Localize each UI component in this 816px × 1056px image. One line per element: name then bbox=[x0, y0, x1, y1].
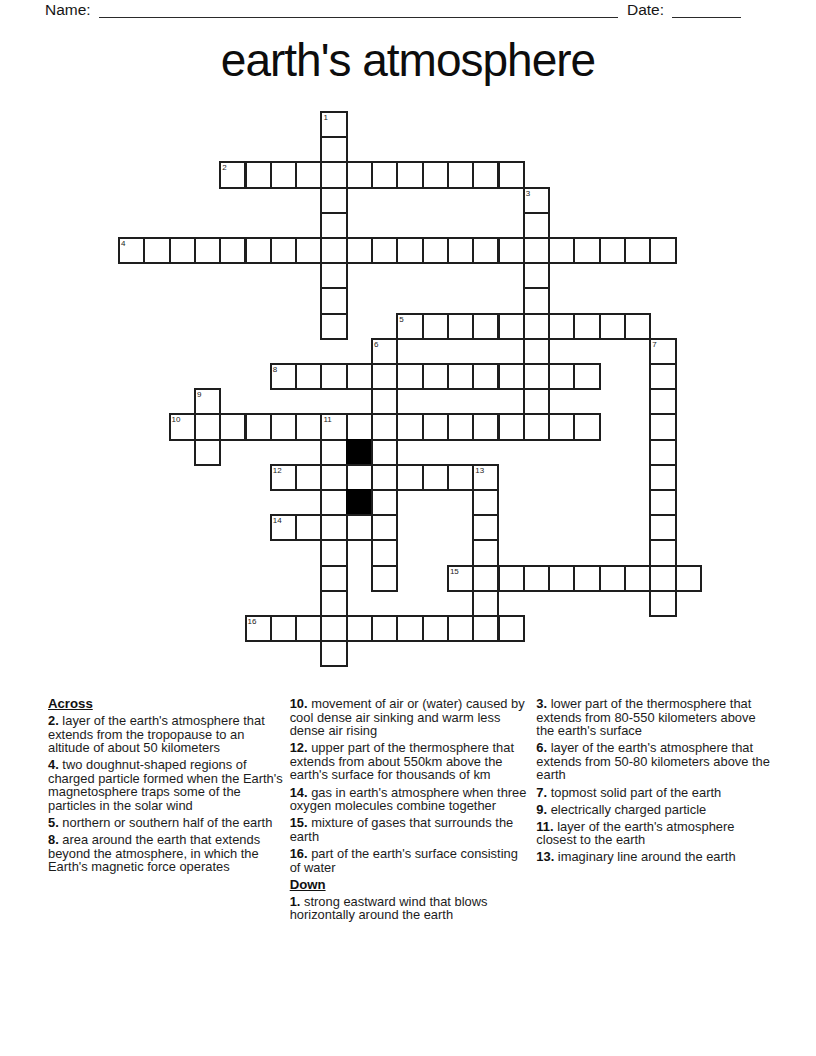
crossword-cell[interactable] bbox=[548, 237, 575, 264]
clue-number-label: 7. bbox=[536, 785, 547, 800]
crossword-cell[interactable] bbox=[371, 464, 398, 491]
crossword-cell[interactable] bbox=[346, 161, 373, 188]
crossword-cell[interactable] bbox=[295, 514, 322, 541]
crossword-cell[interactable] bbox=[422, 313, 449, 340]
crossword-cell[interactable] bbox=[320, 161, 347, 188]
down-clue-6: 6. layer of the earth's atmosphere that … bbox=[536, 741, 774, 782]
crossword-cell[interactable] bbox=[371, 161, 398, 188]
crossword-cell[interactable] bbox=[649, 363, 676, 390]
clue-number: 14 bbox=[273, 516, 282, 525]
crossword-cell[interactable] bbox=[194, 413, 221, 440]
crossword-cell[interactable] bbox=[320, 237, 347, 264]
down-clue-3: 3. lower part of the thermosphere that e… bbox=[536, 697, 774, 738]
crossword-cell[interactable] bbox=[548, 565, 575, 592]
crossword-cell[interactable] bbox=[548, 313, 575, 340]
crossword-cell[interactable] bbox=[523, 237, 550, 264]
clue-number: 3 bbox=[526, 189, 530, 198]
clue-column-1: Across2. layer of the earth's atmosphere… bbox=[48, 697, 286, 925]
crossword-cell[interactable]: 16 bbox=[245, 615, 272, 642]
crossword-cell[interactable]: 12 bbox=[270, 464, 297, 491]
crossword-cell[interactable] bbox=[245, 237, 272, 264]
crossword-cell[interactable] bbox=[447, 413, 474, 440]
crossword-cell[interactable] bbox=[320, 187, 347, 214]
crossword-cell[interactable] bbox=[422, 464, 449, 491]
down-clue-13: 13. imaginary line around the earth bbox=[536, 850, 774, 864]
crossword-cell[interactable] bbox=[371, 413, 398, 440]
crossword-cell[interactable] bbox=[295, 464, 322, 491]
clue-text: layer of the earth's atmosphere that ext… bbox=[48, 713, 265, 755]
black-cell bbox=[346, 489, 373, 516]
clue-number: 16 bbox=[248, 617, 257, 626]
crossword-cell[interactable] bbox=[599, 565, 626, 592]
crossword-cell[interactable]: 14 bbox=[270, 514, 297, 541]
clue-text: two doughnut-shaped regions of charged p… bbox=[48, 757, 283, 813]
crossword-cell[interactable] bbox=[371, 363, 398, 390]
crossword-cell[interactable] bbox=[523, 338, 550, 365]
clue-number: 11 bbox=[323, 415, 331, 424]
clue-number: 15 bbox=[450, 567, 459, 576]
across-clue-12: 12. upper part of the thermosphere that … bbox=[290, 741, 528, 782]
crossword-cell[interactable] bbox=[649, 413, 676, 440]
crossword-cell[interactable] bbox=[143, 237, 170, 264]
crossword-cell[interactable] bbox=[573, 413, 600, 440]
crossword-cell[interactable] bbox=[523, 287, 550, 314]
clue-text: topmost solid part of the earth bbox=[547, 785, 721, 800]
crossword-cell[interactable]: 11 bbox=[320, 413, 347, 440]
clue-number-label: 5. bbox=[48, 815, 59, 830]
crossword-cell[interactable] bbox=[447, 237, 474, 264]
crossword-cell[interactable] bbox=[270, 413, 297, 440]
crossword-cell[interactable] bbox=[295, 161, 322, 188]
crossword-cell[interactable]: 2 bbox=[219, 161, 246, 188]
crossword-cell[interactable] bbox=[649, 565, 676, 592]
crossword-cell[interactable] bbox=[599, 237, 626, 264]
crossword-cell[interactable] bbox=[320, 640, 347, 667]
crossword-cell[interactable]: 7 bbox=[649, 338, 676, 365]
clue-number-label: 9. bbox=[536, 802, 547, 817]
clue-text: strong eastward wind that blows horizont… bbox=[290, 894, 488, 923]
crossword-cell[interactable] bbox=[472, 413, 499, 440]
crossword-cell[interactable] bbox=[422, 615, 449, 642]
crossword-cell[interactable] bbox=[624, 313, 651, 340]
clue-text: gas in earth's atmosphere when three oxy… bbox=[290, 785, 527, 814]
crossword-cell[interactable] bbox=[194, 439, 221, 466]
crossword-cell[interactable] bbox=[649, 464, 676, 491]
crossword-cell[interactable] bbox=[472, 539, 499, 566]
crossword-cell[interactable] bbox=[396, 464, 423, 491]
crossword-cell[interactable]: 1 bbox=[320, 111, 347, 138]
clue-number: 7 bbox=[652, 340, 656, 349]
crossword-cell[interactable] bbox=[472, 237, 499, 264]
crossword-cell[interactable] bbox=[498, 237, 525, 264]
clue-number: 10 bbox=[172, 415, 181, 424]
crossword-cell[interactable] bbox=[346, 464, 373, 491]
crossword-cell[interactable] bbox=[573, 363, 600, 390]
crossword-cell[interactable] bbox=[346, 514, 373, 541]
crossword-cell[interactable] bbox=[447, 363, 474, 390]
crossword-cell[interactable] bbox=[624, 237, 651, 264]
clue-number: 1 bbox=[323, 113, 327, 122]
crossword-cell[interactable] bbox=[498, 565, 525, 592]
clue-text: electrically charged particle bbox=[547, 802, 706, 817]
crossword-cell[interactable] bbox=[396, 237, 423, 264]
crossword-cell[interactable] bbox=[346, 237, 373, 264]
crossword-worksheet: { "game": "crossword", "header": { "name… bbox=[0, 0, 816, 1056]
across-clue-8: 8. area around the earth that extends be… bbox=[48, 833, 286, 874]
crossword-cell[interactable] bbox=[371, 565, 398, 592]
crossword-cell[interactable] bbox=[194, 237, 221, 264]
crossword-cell[interactable] bbox=[498, 363, 525, 390]
crossword-cell[interactable] bbox=[371, 539, 398, 566]
crossword-cell[interactable] bbox=[169, 237, 196, 264]
crossword-cell[interactable] bbox=[649, 590, 676, 617]
crossword-cell[interactable] bbox=[472, 313, 499, 340]
crossword-cell[interactable] bbox=[245, 161, 272, 188]
crossword-cell[interactable] bbox=[396, 413, 423, 440]
crossword-cell[interactable] bbox=[599, 313, 626, 340]
crossword-cell[interactable] bbox=[472, 590, 499, 617]
name-label: Name: bbox=[45, 1, 91, 19]
crossword-cell[interactable] bbox=[649, 388, 676, 415]
crossword-cell[interactable] bbox=[295, 363, 322, 390]
puzzle-title: earth's atmosphere bbox=[0, 33, 816, 87]
crossword-cell[interactable] bbox=[320, 514, 347, 541]
crossword-cell[interactable]: 5 bbox=[396, 313, 423, 340]
across-clue-16: 16. part of the earth's surface consisti… bbox=[290, 847, 528, 874]
crossword-cell[interactable] bbox=[498, 615, 525, 642]
crossword-cell[interactable] bbox=[573, 313, 600, 340]
clue-lists: Across2. layer of the earth's atmosphere… bbox=[48, 697, 774, 925]
black-cell bbox=[346, 439, 373, 466]
clue-number: 12 bbox=[273, 466, 282, 475]
crossword-cell[interactable] bbox=[346, 413, 373, 440]
crossword-grid: 12345678910111213141516 bbox=[118, 111, 702, 668]
crossword-cell[interactable] bbox=[649, 514, 676, 541]
crossword-cell[interactable] bbox=[422, 161, 449, 188]
clue-number: 9 bbox=[197, 390, 201, 399]
crossword-cell[interactable]: 9 bbox=[194, 388, 221, 415]
crossword-cell[interactable] bbox=[472, 363, 499, 390]
crossword-cell[interactable] bbox=[498, 413, 525, 440]
clue-text: movement of air or (water) caused by coo… bbox=[290, 696, 525, 738]
clue-number: 8 bbox=[273, 365, 277, 374]
crossword-cell[interactable] bbox=[624, 565, 651, 592]
crossword-cell[interactable] bbox=[295, 413, 322, 440]
crossword-cell[interactable] bbox=[320, 136, 347, 163]
crossword-cell[interactable] bbox=[422, 413, 449, 440]
crossword-cell[interactable] bbox=[295, 237, 322, 264]
crossword-cell[interactable] bbox=[320, 262, 347, 289]
clue-text: mixture of gases that surrounds the eart… bbox=[290, 815, 514, 844]
across-clue-10: 10. movement of air or (water) caused by… bbox=[290, 697, 528, 738]
crossword-cell[interactable] bbox=[320, 565, 347, 592]
crossword-cell[interactable] bbox=[649, 439, 676, 466]
down-clue-9: 9. electrically charged particle bbox=[536, 803, 774, 817]
crossword-cell[interactable] bbox=[346, 615, 373, 642]
crossword-cell[interactable] bbox=[472, 489, 499, 516]
crossword-cell[interactable] bbox=[472, 565, 499, 592]
crossword-cell[interactable] bbox=[523, 388, 550, 415]
across-clue-15: 15. mixture of gases that surrounds the … bbox=[290, 816, 528, 843]
clue-text: part of the earth's surface consisting o… bbox=[290, 846, 518, 875]
clue-number: 4 bbox=[121, 239, 125, 248]
crossword-cell[interactable] bbox=[295, 615, 322, 642]
crossword-cell[interactable] bbox=[270, 237, 297, 264]
crossword-cell[interactable] bbox=[523, 413, 550, 440]
crossword-cell[interactable] bbox=[447, 313, 474, 340]
crossword-cell[interactable] bbox=[320, 539, 347, 566]
crossword-cell[interactable] bbox=[523, 212, 550, 239]
crossword-cell[interactable] bbox=[371, 489, 398, 516]
crossword-cell[interactable] bbox=[548, 363, 575, 390]
crossword-cell[interactable] bbox=[371, 388, 398, 415]
crossword-cell[interactable]: 6 bbox=[371, 338, 398, 365]
date-label: Date: bbox=[627, 1, 664, 19]
crossword-cell[interactable] bbox=[422, 237, 449, 264]
crossword-cell[interactable] bbox=[447, 161, 474, 188]
crossword-cell[interactable] bbox=[270, 615, 297, 642]
down-heading: Down bbox=[290, 878, 528, 892]
crossword-cell[interactable] bbox=[675, 565, 702, 592]
crossword-cell[interactable] bbox=[498, 161, 525, 188]
down-clue-7: 7. topmost solid part of the earth bbox=[536, 786, 774, 800]
across-clue-4: 4. two doughnut-shaped regions of charge… bbox=[48, 758, 286, 812]
crossword-cell[interactable] bbox=[320, 287, 347, 314]
down-clue-1: 1. strong eastward wind that blows horiz… bbox=[290, 895, 528, 922]
clue-number: 5 bbox=[399, 315, 403, 324]
crossword-cell[interactable] bbox=[573, 237, 600, 264]
crossword-cell[interactable] bbox=[371, 237, 398, 264]
crossword-cell[interactable] bbox=[523, 363, 550, 390]
clue-text: imaginary line around the earth bbox=[554, 849, 735, 864]
crossword-cell[interactable] bbox=[548, 413, 575, 440]
clue-text: northern or southern half of the earth bbox=[59, 815, 273, 830]
crossword-cell[interactable]: 4 bbox=[118, 237, 145, 264]
crossword-cell[interactable] bbox=[371, 439, 398, 466]
crossword-cell[interactable]: 3 bbox=[523, 187, 550, 214]
crossword-cell[interactable] bbox=[447, 464, 474, 491]
clue-number-label: 13. bbox=[536, 849, 554, 864]
crossword-cell[interactable] bbox=[498, 313, 525, 340]
crossword-cell[interactable] bbox=[523, 565, 550, 592]
clue-column-3: 3. lower part of the thermosphere that e… bbox=[536, 697, 774, 925]
across-clue-14: 14. gas in earth's atmosphere when three… bbox=[290, 786, 528, 813]
crossword-cell[interactable]: 8 bbox=[270, 363, 297, 390]
crossword-cell[interactable] bbox=[320, 615, 347, 642]
crossword-cell[interactable] bbox=[523, 262, 550, 289]
clue-text: upper part of the thermosphere that exte… bbox=[290, 740, 514, 782]
crossword-cell[interactable] bbox=[320, 439, 347, 466]
crossword-cell[interactable] bbox=[472, 161, 499, 188]
crossword-cell[interactable] bbox=[320, 313, 347, 340]
crossword-cell[interactable] bbox=[371, 615, 398, 642]
crossword-cell[interactable] bbox=[320, 464, 347, 491]
crossword-cell[interactable] bbox=[649, 539, 676, 566]
clue-number: 2 bbox=[222, 163, 226, 172]
clue-column-2: 10. movement of air or (water) caused by… bbox=[290, 697, 528, 925]
crossword-cell[interactable] bbox=[320, 363, 347, 390]
clue-number: 13 bbox=[475, 466, 484, 475]
crossword-cell[interactable] bbox=[371, 514, 398, 541]
crossword-cell[interactable] bbox=[219, 237, 246, 264]
crossword-cell[interactable] bbox=[396, 161, 423, 188]
crossword-cell[interactable] bbox=[346, 363, 373, 390]
crossword-cell[interactable] bbox=[320, 590, 347, 617]
crossword-cell[interactable] bbox=[472, 514, 499, 541]
down-clue-11: 11. layer of the earth's atmosphere clos… bbox=[536, 820, 774, 847]
crossword-cell[interactable] bbox=[447, 615, 474, 642]
clue-number: 6 bbox=[374, 340, 378, 349]
crossword-cell[interactable] bbox=[396, 615, 423, 642]
across-clue-2: 2. layer of the earth's atmosphere that … bbox=[48, 714, 286, 755]
crossword-cell[interactable] bbox=[472, 615, 499, 642]
crossword-cell[interactable] bbox=[320, 489, 347, 516]
crossword-cell[interactable] bbox=[573, 565, 600, 592]
clue-text: layer of the earth's atmosphere that ext… bbox=[536, 740, 770, 782]
crossword-cell[interactable] bbox=[245, 413, 272, 440]
crossword-cell[interactable]: 10 bbox=[169, 413, 196, 440]
crossword-cell[interactable] bbox=[320, 212, 347, 239]
clue-text: area around the earth that extends beyon… bbox=[48, 832, 260, 874]
crossword-cell[interactable] bbox=[219, 413, 246, 440]
crossword-cell[interactable] bbox=[649, 489, 676, 516]
crossword-cell[interactable] bbox=[270, 161, 297, 188]
across-heading: Across bbox=[48, 697, 286, 711]
date-blank-line bbox=[672, 1, 741, 18]
across-clue-5: 5. northern or southern half of the eart… bbox=[48, 816, 286, 830]
crossword-cell[interactable] bbox=[649, 237, 676, 264]
clue-text: lower part of the thermosphere that exte… bbox=[536, 696, 755, 738]
name-blank-line bbox=[99, 1, 618, 18]
crossword-cell[interactable] bbox=[523, 313, 550, 340]
crossword-cell[interactable]: 15 bbox=[447, 565, 474, 592]
crossword-cell[interactable] bbox=[396, 363, 423, 390]
crossword-cell[interactable] bbox=[422, 363, 449, 390]
crossword-cell[interactable]: 13 bbox=[472, 464, 499, 491]
clue-text: layer of the earth's atmosphere closest … bbox=[536, 819, 734, 848]
